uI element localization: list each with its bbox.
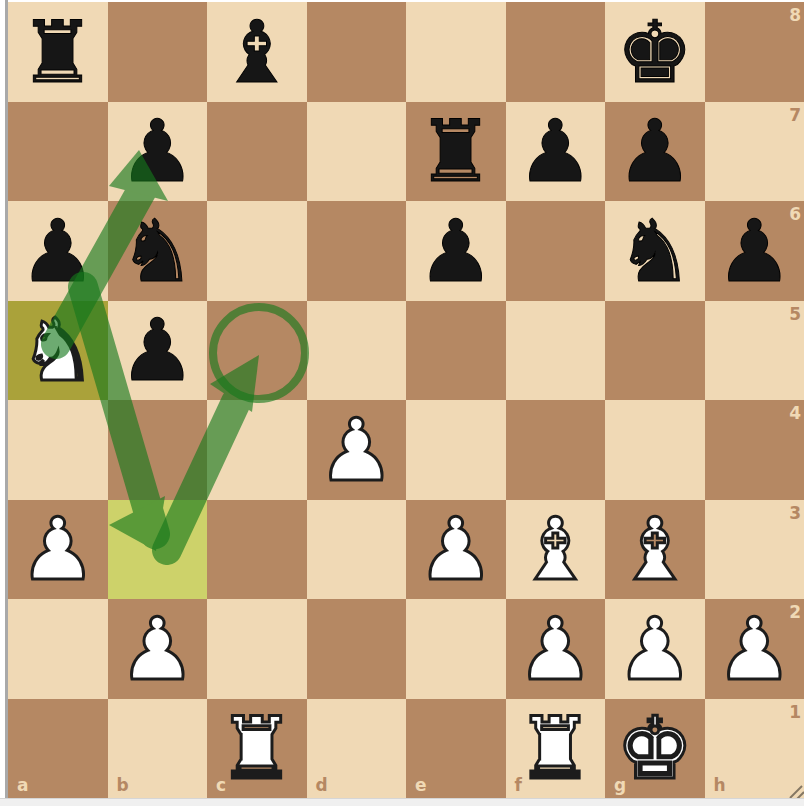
square-f3[interactable]: ♝ [506,500,606,600]
square-d8[interactable] [307,2,407,102]
square-e4[interactable] [406,400,506,500]
white-pawn-e3[interactable]: ♟ [406,500,506,600]
square-g8[interactable]: ♚ [605,2,705,102]
square-h8[interactable]: 8 [705,2,804,102]
square-f4[interactable] [506,400,606,500]
coord-rank-7: 7 [789,107,801,124]
square-f1[interactable]: ♜f [506,699,606,799]
coord-file-c: c [216,777,226,794]
coord-file-h: h [714,777,726,794]
coord-file-g: g [614,777,626,794]
square-e8[interactable] [406,2,506,102]
black-pawn-b7[interactable]: ♟ [108,102,208,202]
square-c5[interactable] [207,301,307,401]
square-d5[interactable] [307,301,407,401]
white-knight-a5[interactable]: ♞ [8,301,108,401]
black-rook-a8[interactable]: ♜ [8,2,108,102]
coord-rank-5: 5 [789,306,801,323]
white-pawn-d4[interactable]: ♟ [307,400,407,500]
square-c6[interactable] [207,201,307,301]
square-e2[interactable] [406,599,506,699]
white-pawn-g2[interactable]: ♟ [605,599,705,699]
square-a6[interactable]: ♟ [8,201,108,301]
coord-file-e: e [415,777,427,794]
square-g7[interactable]: ♟ [605,102,705,202]
square-b4[interactable] [108,400,208,500]
white-bishop-g3[interactable]: ♝ [605,500,705,600]
coord-rank-8: 8 [789,7,801,24]
square-h5[interactable]: 5 [705,301,804,401]
black-pawn-g7[interactable]: ♟ [605,102,705,202]
black-knight-b6[interactable]: ♞ [108,201,208,301]
square-f5[interactable] [506,301,606,401]
square-h4[interactable]: 4 [705,400,804,500]
square-a5[interactable]: ♞ [8,301,108,401]
square-b8[interactable] [108,2,208,102]
square-b2[interactable]: ♟ [108,599,208,699]
page: ♜♝♚8♟♜♟♟7♟♞♟♞♟6♞♟5♟4♟♟♝♝3♟♟♟♟2ab♜cde♜f♚g… [0,0,804,806]
square-d6[interactable] [307,201,407,301]
square-c1[interactable]: ♜c [207,699,307,799]
white-bishop-f3[interactable]: ♝ [506,500,606,600]
square-g3[interactable]: ♝ [605,500,705,600]
coord-rank-1: 1 [789,704,801,721]
square-a3[interactable]: ♟ [8,500,108,600]
coord-rank-2: 2 [789,604,801,621]
square-d1[interactable]: d [307,699,407,799]
coord-file-d: d [316,777,328,794]
square-e3[interactable]: ♟ [406,500,506,600]
square-a1[interactable]: a [8,699,108,799]
square-h2[interactable]: ♟2 [705,599,804,699]
square-b3[interactable] [108,500,208,600]
white-pawn-b2[interactable]: ♟ [108,599,208,699]
square-e1[interactable]: e [406,699,506,799]
black-pawn-f7[interactable]: ♟ [506,102,606,202]
square-a8[interactable]: ♜ [8,2,108,102]
square-c7[interactable] [207,102,307,202]
square-h1[interactable]: h1 [705,699,804,799]
coord-file-a: a [17,777,28,794]
black-knight-g6[interactable]: ♞ [605,201,705,301]
square-b6[interactable]: ♞ [108,201,208,301]
square-c2[interactable] [207,599,307,699]
white-pawn-a3[interactable]: ♟ [8,500,108,600]
square-f6[interactable] [506,201,606,301]
square-f8[interactable] [506,2,606,102]
square-d2[interactable] [307,599,407,699]
square-b5[interactable]: ♟ [108,301,208,401]
coord-rank-3: 3 [789,505,801,522]
square-c4[interactable] [207,400,307,500]
square-c8[interactable]: ♝ [207,2,307,102]
square-e6[interactable]: ♟ [406,201,506,301]
square-d7[interactable] [307,102,407,202]
page-bottom-margin [0,798,804,806]
coord-rank-4: 4 [789,405,801,422]
black-bishop-c8[interactable]: ♝ [207,2,307,102]
square-c3[interactable] [207,500,307,600]
square-a4[interactable] [8,400,108,500]
square-h6[interactable]: ♟6 [705,201,804,301]
coord-file-f: f [515,777,522,794]
square-g5[interactable] [605,301,705,401]
black-pawn-e6[interactable]: ♟ [406,201,506,301]
square-h3[interactable]: 3 [705,500,804,600]
square-b1[interactable]: b [108,699,208,799]
black-pawn-a6[interactable]: ♟ [8,201,108,301]
square-f2[interactable]: ♟ [506,599,606,699]
black-king-g8[interactable]: ♚ [605,2,705,102]
black-pawn-b5[interactable]: ♟ [108,301,208,401]
square-d3[interactable] [307,500,407,600]
coord-rank-6: 6 [789,206,801,223]
chess-board[interactable]: ♜♝♚8♟♜♟♟7♟♞♟♞♟6♞♟5♟4♟♟♝♝3♟♟♟♟2ab♜cde♜f♚g… [8,2,804,798]
white-pawn-f2[interactable]: ♟ [506,599,606,699]
black-rook-e7[interactable]: ♜ [406,102,506,202]
square-h7[interactable]: 7 [705,102,804,202]
square-e5[interactable] [406,301,506,401]
square-g1[interactable]: ♚g [605,699,705,799]
square-b7[interactable]: ♟ [108,102,208,202]
square-g6[interactable]: ♞ [605,201,705,301]
square-e7[interactable]: ♜ [406,102,506,202]
coord-file-b: b [117,777,129,794]
square-d4[interactable]: ♟ [307,400,407,500]
square-g4[interactable] [605,400,705,500]
square-f7[interactable]: ♟ [506,102,606,202]
square-g2[interactable]: ♟ [605,599,705,699]
square-a2[interactable] [8,599,108,699]
square-a7[interactable] [8,102,108,202]
